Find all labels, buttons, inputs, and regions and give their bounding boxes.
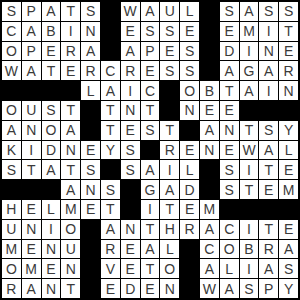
letter-cell[interactable]: I	[141, 200, 160, 219]
letter-cell[interactable]: S	[2, 160, 21, 179]
black-square	[180, 121, 199, 140]
letter-cell[interactable]: C	[141, 81, 160, 100]
letter-cell[interactable]: O	[180, 81, 199, 100]
letter-cell[interactable]: M	[22, 259, 41, 278]
letter-cell[interactable]: S	[160, 22, 179, 41]
letter-cell[interactable]: T	[61, 2, 80, 21]
letter-cell[interactable]: G	[240, 61, 259, 80]
letter-cell[interactable]: E	[42, 42, 61, 61]
letter-cell[interactable]: E	[259, 180, 278, 199]
letter-cell[interactable]: P	[22, 2, 41, 21]
letter-cell[interactable]: L	[279, 141, 298, 160]
letter-cell[interactable]: T	[101, 121, 120, 140]
letter-cell[interactable]: A	[61, 121, 80, 140]
letter-cell[interactable]: O	[42, 121, 61, 140]
letter-cell[interactable]: R	[259, 240, 278, 259]
letter-cell[interactable]: R	[2, 279, 21, 298]
letter-cell[interactable]: A	[240, 2, 259, 21]
letter-cell[interactable]: U	[160, 2, 179, 21]
letter-cell[interactable]: E	[180, 200, 199, 219]
letter-cell[interactable]: E	[121, 259, 140, 278]
letter-cell[interactable]: N	[81, 22, 100, 41]
black-square	[200, 42, 219, 61]
letter-cell[interactable]: I	[160, 160, 179, 179]
letter-cell[interactable]: T	[61, 101, 80, 120]
black-square	[279, 101, 298, 120]
letter-cell[interactable]: E	[42, 259, 61, 278]
letter-cell[interactable]: A	[200, 259, 219, 278]
letter-cell[interactable]: E	[121, 121, 140, 140]
letter-cell[interactable]: W	[240, 141, 259, 160]
letter-cell[interactable]: R	[160, 141, 179, 160]
letter-cell[interactable]: A	[121, 42, 140, 61]
letter-cell[interactable]: N	[22, 220, 41, 239]
letter-cell[interactable]: N	[279, 81, 298, 100]
letter-cell[interactable]: E	[22, 240, 41, 259]
letter-cell[interactable]: S	[180, 61, 199, 80]
letter-cell[interactable]: S	[259, 121, 278, 140]
letter-cell[interactable]: I	[61, 22, 80, 41]
letter-cell[interactable]: Y	[279, 121, 298, 140]
letter-cell[interactable]: I	[121, 81, 140, 100]
letter-cell[interactable]: N	[61, 259, 80, 278]
letter-cell[interactable]: T	[61, 279, 80, 298]
letter-cell[interactable]: T	[61, 160, 80, 179]
letter-cell[interactable]: I	[22, 141, 41, 160]
letter-cell[interactable]: E	[180, 22, 199, 41]
letter-cell[interactable]: A	[200, 220, 219, 239]
black-square	[22, 81, 41, 100]
letter-cell[interactable]: E	[81, 200, 100, 219]
letter-cell[interactable]: Y	[279, 279, 298, 298]
letter-cell[interactable]: E	[279, 160, 298, 179]
letter-cell[interactable]: S	[81, 160, 100, 179]
letter-cell[interactable]: T	[240, 121, 259, 140]
black-square	[81, 259, 100, 278]
letter-cell[interactable]: V	[101, 259, 120, 278]
letter-cell[interactable]: E	[121, 240, 140, 259]
letter-cell[interactable]: A	[141, 160, 160, 179]
letter-cell[interactable]: T	[141, 101, 160, 120]
black-square	[81, 101, 100, 120]
letter-cell[interactable]: U	[2, 220, 21, 239]
crossword-board: SPATSWAULSASSCABINESSEEMITOPERAAPESDINEW…	[0, 0, 300, 300]
black-square	[240, 101, 259, 120]
letter-cell[interactable]: D	[121, 279, 140, 298]
letter-cell[interactable]: M	[2, 240, 21, 259]
letter-cell[interactable]: U	[22, 101, 41, 120]
letter-cell[interactable]: S	[160, 61, 179, 80]
letter-cell[interactable]: L	[180, 2, 199, 21]
black-square	[81, 121, 100, 140]
letter-cell[interactable]: S	[121, 141, 140, 160]
letter-cell[interactable]: B	[240, 240, 259, 259]
black-square	[279, 200, 298, 219]
letter-cell[interactable]: A	[141, 240, 160, 259]
black-square	[101, 42, 120, 61]
letter-cell[interactable]: I	[240, 259, 259, 278]
letter-cell[interactable]: T	[259, 220, 278, 239]
letter-cell[interactable]: M	[200, 200, 219, 219]
letter-cell[interactable]: T	[22, 160, 41, 179]
letter-cell[interactable]: T	[141, 220, 160, 239]
black-square	[121, 200, 140, 219]
letter-cell[interactable]: S	[141, 22, 160, 41]
letter-cell[interactable]: A	[42, 2, 61, 21]
black-square	[61, 81, 80, 100]
letter-cell[interactable]: C	[2, 22, 21, 41]
letter-cell[interactable]: E	[220, 22, 239, 41]
letter-cell[interactable]: L	[81, 81, 100, 100]
letter-cell[interactable]: T	[160, 121, 179, 140]
letter-cell[interactable]: A	[160, 180, 179, 199]
letter-cell[interactable]: L	[160, 240, 179, 259]
letter-cell[interactable]: T	[101, 101, 120, 120]
letter-cell[interactable]: O	[2, 42, 21, 61]
letter-cell[interactable]: D	[42, 141, 61, 160]
letter-cell[interactable]: P	[141, 42, 160, 61]
letter-cell[interactable]: L	[180, 160, 199, 179]
letter-cell[interactable]: A	[22, 61, 41, 80]
letter-cell[interactable]: B	[200, 81, 219, 100]
black-square	[160, 81, 179, 100]
letter-cell[interactable]: S	[279, 2, 298, 21]
letter-cell[interactable]: T	[160, 200, 179, 219]
letter-cell[interactable]: A	[279, 240, 298, 259]
letter-cell[interactable]: S	[81, 2, 100, 21]
letter-cell[interactable]: A	[42, 160, 61, 179]
black-square	[81, 220, 100, 239]
letter-cell[interactable]: A	[22, 22, 41, 41]
letter-cell[interactable]: A	[240, 81, 259, 100]
letter-cell[interactable]: T	[240, 180, 259, 199]
letter-cell[interactable]: R	[61, 42, 80, 61]
letter-cell[interactable]: R	[279, 61, 298, 80]
black-square	[220, 200, 239, 219]
letter-cell[interactable]: E	[220, 101, 239, 120]
letter-cell[interactable]: S	[2, 2, 21, 21]
black-square	[160, 101, 179, 120]
letter-cell[interactable]: A	[259, 259, 278, 278]
letter-cell[interactable]: M	[279, 180, 298, 199]
black-square	[101, 2, 120, 21]
letter-cell[interactable]: S	[101, 180, 120, 199]
letter-cell[interactable]: A	[101, 81, 120, 100]
black-square	[2, 180, 21, 199]
letter-cell[interactable]: K	[2, 141, 21, 160]
letter-cell[interactable]: A	[141, 2, 160, 21]
letter-cell[interactable]: R	[101, 240, 120, 259]
letter-cell[interactable]: P	[22, 42, 41, 61]
black-square	[200, 180, 219, 199]
letter-cell[interactable]: T	[101, 200, 120, 219]
letter-cell[interactable]: N	[160, 279, 179, 298]
letter-cell[interactable]: H	[2, 200, 21, 219]
letter-cell[interactable]: S	[121, 160, 140, 179]
letter-cell[interactable]: E	[279, 42, 298, 61]
letter-cell[interactable]: A	[220, 279, 239, 298]
black-square	[22, 180, 41, 199]
letter-cell[interactable]: A	[220, 61, 239, 80]
letter-cell[interactable]: O	[220, 240, 239, 259]
letter-cell[interactable]: L	[220, 259, 239, 278]
letter-cell[interactable]: N	[61, 141, 80, 160]
letter-cell[interactable]: A	[2, 121, 21, 140]
letter-cell[interactable]: Y	[101, 141, 120, 160]
letter-cell[interactable]: N	[22, 121, 41, 140]
black-square	[81, 240, 100, 259]
black-square	[200, 160, 219, 179]
letter-cell[interactable]: W	[2, 61, 21, 80]
black-square	[180, 279, 199, 298]
letter-cell[interactable]: E	[200, 101, 219, 120]
letter-cell[interactable]: D	[180, 180, 199, 199]
letter-cell[interactable]: A	[22, 279, 41, 298]
letter-cell[interactable]: O	[2, 259, 21, 278]
black-square	[180, 240, 199, 259]
letter-cell[interactable]: I	[259, 22, 278, 41]
letter-cell[interactable]: N	[42, 240, 61, 259]
black-square	[259, 101, 278, 120]
black-square	[200, 22, 219, 41]
black-square	[141, 141, 160, 160]
letter-cell[interactable]: S	[141, 121, 160, 140]
letter-cell[interactable]: N	[81, 180, 100, 199]
letter-cell[interactable]: P	[259, 279, 278, 298]
letter-cell[interactable]: O	[61, 220, 80, 239]
letter-cell[interactable]: N	[180, 101, 199, 120]
black-square	[101, 160, 120, 179]
letter-cell[interactable]: E	[61, 61, 80, 80]
black-square	[200, 2, 219, 21]
letter-cell[interactable]: M	[240, 22, 259, 41]
letter-cell[interactable]: T	[141, 259, 160, 278]
letter-cell[interactable]: E	[141, 279, 160, 298]
letter-cell[interactable]: A	[200, 121, 219, 140]
letter-cell[interactable]: I	[240, 220, 259, 239]
letter-cell[interactable]: W	[200, 279, 219, 298]
letter-cell[interactable]: E	[22, 200, 41, 219]
letter-cell[interactable]: A	[61, 180, 80, 199]
letter-cell[interactable]: I	[259, 81, 278, 100]
letter-cell[interactable]: E	[279, 220, 298, 239]
letter-cell[interactable]: H	[160, 220, 179, 239]
black-square	[200, 61, 219, 80]
letter-cell[interactable]: R	[121, 61, 140, 80]
letter-cell[interactable]: E	[180, 141, 199, 160]
letter-cell[interactable]: S	[42, 101, 61, 120]
letter-cell[interactable]: C	[220, 220, 239, 239]
letter-cell[interactable]: E	[160, 42, 179, 61]
letter-cell[interactable]: E	[220, 141, 239, 160]
letter-cell[interactable]: C	[200, 240, 219, 259]
letter-cell[interactable]: R	[180, 220, 199, 239]
black-square	[240, 200, 259, 219]
letter-cell[interactable]: S	[220, 160, 239, 179]
black-square	[2, 81, 21, 100]
letter-cell[interactable]: R	[81, 61, 100, 80]
letter-cell[interactable]: N	[200, 141, 219, 160]
letter-cell[interactable]: A	[259, 141, 278, 160]
letter-cell[interactable]: S	[240, 279, 259, 298]
letter-cell[interactable]: O	[2, 101, 21, 120]
letter-cell[interactable]: A	[81, 42, 100, 61]
letter-cell[interactable]: I	[240, 160, 259, 179]
black-square	[42, 180, 61, 199]
letter-cell[interactable]: N	[42, 279, 61, 298]
letter-cell[interactable]: T	[220, 81, 239, 100]
letter-cell[interactable]: S	[180, 42, 199, 61]
letter-cell[interactable]: S	[279, 259, 298, 278]
letter-cell[interactable]: O	[160, 259, 179, 278]
letter-cell[interactable]: A	[101, 220, 120, 239]
letter-cell[interactable]: L	[42, 200, 61, 219]
letter-cell[interactable]: N	[220, 121, 239, 140]
letter-cell[interactable]: T	[42, 61, 61, 80]
letter-cell[interactable]: T	[259, 160, 278, 179]
black-square	[180, 259, 199, 278]
black-square	[101, 22, 120, 41]
letter-cell[interactable]: S	[220, 2, 239, 21]
letter-cell[interactable]: I	[42, 220, 61, 239]
letter-cell[interactable]: E	[121, 22, 140, 41]
letter-cell[interactable]: S	[220, 180, 239, 199]
letter-cell[interactable]: C	[101, 61, 120, 80]
letter-cell[interactable]: G	[141, 180, 160, 199]
letter-cell[interactable]: E	[141, 61, 160, 80]
letter-cell[interactable]: A	[259, 61, 278, 80]
black-square	[42, 81, 61, 100]
letter-cell[interactable]: D	[220, 42, 239, 61]
black-square	[259, 200, 278, 219]
letter-cell[interactable]: W	[121, 2, 140, 21]
letter-cell[interactable]: N	[121, 101, 140, 120]
black-square	[81, 279, 100, 298]
letter-cell[interactable]: I	[240, 42, 259, 61]
letter-cell[interactable]: T	[279, 22, 298, 41]
letter-cell[interactable]: M	[61, 200, 80, 219]
letter-cell[interactable]: U	[61, 240, 80, 259]
letter-cell[interactable]: B	[42, 22, 61, 41]
letter-cell[interactable]: S	[259, 2, 278, 21]
letter-cell[interactable]: N	[259, 42, 278, 61]
letter-cell[interactable]: E	[81, 141, 100, 160]
black-square	[121, 180, 140, 199]
letter-cell[interactable]: E	[101, 279, 120, 298]
letter-cell[interactable]: N	[121, 220, 140, 239]
